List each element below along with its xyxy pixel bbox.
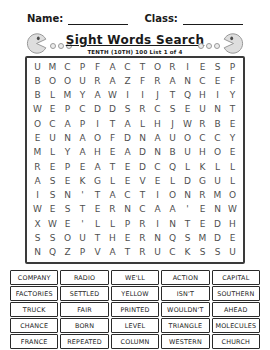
grid-cell: W (225, 203, 240, 217)
grid-cell: R (195, 189, 210, 203)
word-item: PRINTED (111, 302, 159, 317)
grid-cell: B (210, 117, 225, 131)
grid-cell: E (120, 160, 135, 174)
grid-cell: C (210, 131, 225, 145)
grid-cell: K (75, 174, 90, 188)
grid-cell: C (75, 103, 90, 117)
grid-cell: T (225, 103, 240, 117)
grid-cell: A (105, 60, 120, 74)
word-item: CAPITAL (212, 270, 260, 285)
grid-cell: W (105, 89, 120, 103)
grid-cell: ' (180, 203, 195, 217)
grid-cell: O (180, 131, 195, 145)
grid-cell: W (180, 117, 195, 131)
grid-cell: S (165, 103, 180, 117)
grid-cell: E (180, 103, 195, 117)
grid-cell: O (225, 189, 240, 203)
grid-cell: E (45, 203, 60, 217)
grid-cell: B (30, 74, 45, 88)
grid-cell: R (165, 60, 180, 74)
grid-cell: P (60, 103, 75, 117)
grid-cell: A (105, 189, 120, 203)
word-item: LEVEL (111, 318, 159, 333)
grid-cell: A (150, 203, 165, 217)
grid-cell: H (150, 117, 165, 131)
grid-cell: U (75, 231, 90, 245)
grid-cell: K (195, 160, 210, 174)
grid-cell: O (165, 189, 180, 203)
word-search-grid: UMCPFACTORIESPBOOURAZFRANCEFBLMYAWIIJTQH… (25, 56, 245, 264)
grid-cell: N (150, 146, 165, 160)
word-item: CHURCH (212, 334, 260, 349)
grid-cell: N (210, 103, 225, 117)
grid-cell: U (195, 103, 210, 117)
grid-cell: T (105, 160, 120, 174)
grid-cell: A (165, 74, 180, 88)
class-blank-line (183, 14, 243, 25)
grid-cell: T (135, 189, 150, 203)
grid-cell: E (195, 60, 210, 74)
grid-cell: H (90, 146, 105, 160)
word-item: AHEAD (212, 302, 260, 317)
grid-cell: R (135, 231, 150, 245)
grid-cell: D (210, 231, 225, 245)
grid-cell: T (180, 217, 195, 231)
grid-cell: U (150, 246, 165, 260)
grid-cell: A (105, 246, 120, 260)
grid-cell: L (135, 117, 150, 131)
grid-cell: E (120, 174, 135, 188)
grid-cell: H (225, 217, 240, 231)
grid-cell: I (120, 89, 135, 103)
grid-cell: T (165, 89, 180, 103)
grid-cell: P (225, 60, 240, 74)
grid-cell: E (150, 174, 165, 188)
grid-cell: E (60, 174, 75, 188)
word-item: WE'LL (111, 270, 159, 285)
grid-cell: J (150, 89, 165, 103)
grid-cell: H (195, 146, 210, 160)
word-item: FAIR (60, 302, 108, 317)
grid-cell: L (180, 160, 195, 174)
grid-cell: A (75, 146, 90, 160)
word-item: FACTORIES (10, 286, 58, 301)
grid-cell: R (150, 74, 165, 88)
grid-cell: A (30, 174, 45, 188)
right-decoration (197, 33, 244, 58)
grid-cell: Z (120, 74, 135, 88)
grid-cell: S (120, 103, 135, 117)
grid-cell: C (150, 103, 165, 117)
grid-cell: E (120, 231, 135, 245)
grid-cell: W (30, 103, 45, 117)
grid-cell: E (75, 160, 90, 174)
name-blank-line (68, 14, 128, 25)
grid-cell: F (135, 74, 150, 88)
grid-cell: U (45, 131, 60, 145)
grid-cell: T (105, 117, 120, 131)
grid-cell: C (120, 60, 135, 74)
word-item: COLUMN (111, 334, 159, 349)
grid-cell: C (165, 246, 180, 260)
grid-cell: R (105, 203, 120, 217)
grid-cell: D (135, 160, 150, 174)
name-class-row: Name: Class: (27, 13, 243, 25)
grid-cell: D (180, 174, 195, 188)
grid-cell: L (225, 160, 240, 174)
grid-cell: O (45, 74, 60, 88)
grid-cell: B (165, 146, 180, 160)
grid-cell: O (60, 231, 75, 245)
grid-cell: M (30, 146, 45, 160)
grid-cell: S (60, 203, 75, 217)
grid-cell: N (165, 217, 180, 231)
grid-cell: Y (60, 146, 75, 160)
grid-cell: F (105, 131, 120, 145)
grid-cell: A (90, 89, 105, 103)
grid-cell: O (150, 60, 165, 74)
word-item: SETTLED (60, 286, 108, 301)
grid-cell: T (75, 203, 90, 217)
grid-cell: T (90, 231, 105, 245)
grid-cell: S (45, 231, 60, 245)
grid-cell: K (180, 246, 195, 260)
grid-cell: M (195, 231, 210, 245)
grid-cell: I (90, 117, 105, 131)
word-item: WOULDN'T (161, 302, 209, 317)
grid-cell: N (60, 131, 75, 145)
grid-cell: C (195, 131, 210, 145)
grid-cell: D (105, 103, 120, 117)
grid-cell: T (90, 189, 105, 203)
grid-cell: C (135, 203, 150, 217)
grid-cell: E (225, 146, 240, 160)
grid-cell: C (195, 74, 210, 88)
grid-cell: J (165, 117, 180, 131)
name-label: Name: (27, 13, 63, 25)
grid-cell: W (45, 217, 60, 231)
grid-cell: S (210, 60, 225, 74)
grid-cell: L (45, 89, 60, 103)
grid-cell: H (195, 89, 210, 103)
grid-cell: P (75, 117, 90, 131)
word-item: ISN'T (161, 286, 209, 301)
grid-cell: U (30, 60, 45, 74)
grid-cell: U (75, 74, 90, 88)
grid-cell: U (210, 174, 225, 188)
grid-cell: ' (75, 189, 90, 203)
grid-cell: O (60, 74, 75, 88)
grid-cell: N (135, 131, 150, 145)
grid-cell: M (45, 60, 60, 74)
word-item: REPEATED (60, 334, 108, 349)
grid-cell: N (150, 231, 165, 245)
grid-cell: L (45, 146, 60, 160)
grid-cell: Y (225, 131, 240, 145)
grid-cell: V (135, 174, 150, 188)
grid-cell: D (120, 131, 135, 145)
grid-cell: E (105, 146, 120, 160)
grid-cell: P (120, 217, 135, 231)
grid-cell: I (150, 217, 165, 231)
grid-cell: A (150, 131, 165, 145)
grid-cell: R (90, 74, 105, 88)
grid-cell: W (30, 203, 45, 217)
word-item: TRUCK (10, 302, 58, 317)
grid-cell: S (195, 246, 210, 260)
grid-cell: E (30, 131, 45, 145)
grid-cell: E (225, 231, 240, 245)
grid-cell: E (195, 217, 210, 231)
grid-cell: E (195, 203, 210, 217)
grid-cell: U (180, 146, 195, 160)
grid-cell: A (60, 117, 75, 131)
grid-cell: L (90, 217, 105, 231)
grid-cell: E (45, 160, 60, 174)
grid-cell: G (90, 174, 105, 188)
word-item: SOUTHERN (212, 286, 260, 301)
grid-cell: P (75, 246, 90, 260)
dots-icon (197, 43, 221, 49)
grid-cell: S (45, 189, 60, 203)
grid-cell: F (225, 74, 240, 88)
grid-cell: Q (45, 246, 60, 260)
grid-cell: N (180, 189, 195, 203)
grid-cell: L (225, 174, 240, 188)
word-item: RADIO (60, 270, 108, 285)
grid-cell: N (30, 246, 45, 260)
pacman-icon (223, 33, 244, 58)
grid-cell: S (45, 174, 60, 188)
grid-cell: F (90, 60, 105, 74)
grid-cell: I (135, 89, 150, 103)
grid-cell: M (60, 89, 75, 103)
grid-cell: R (135, 103, 150, 117)
grid-cell: A (120, 146, 135, 160)
grid-cell: D (135, 146, 150, 160)
grid-cell: A (165, 203, 180, 217)
grid-cell: M (210, 189, 225, 203)
grid-cell: S (180, 231, 195, 245)
word-item: YELLOW (111, 286, 159, 301)
grid-cell: A (90, 160, 105, 174)
grid-cell: Y (225, 89, 240, 103)
grid-cell: E (210, 74, 225, 88)
grid-cell: E (90, 203, 105, 217)
grid-cell: I (150, 189, 165, 203)
grid-cell: V (90, 246, 105, 260)
grid-cell: R (195, 117, 210, 131)
grid-cell: U (225, 246, 240, 260)
word-item: CHANCE (10, 318, 58, 333)
word-item: MOLECULES (212, 318, 260, 333)
grid-cell: B (30, 89, 45, 103)
word-item: ACTION (161, 270, 209, 285)
grid-cell: R (135, 246, 150, 260)
grid-cell: A (120, 117, 135, 131)
word-item: FRANCE (10, 334, 58, 349)
grid-cell: L (105, 174, 120, 188)
grid-cell: N (180, 74, 195, 88)
grid-cell: R (30, 160, 45, 174)
grid-cell: P (60, 160, 75, 174)
grid-cell: Q (180, 89, 195, 103)
grid-cell: A (75, 131, 90, 145)
grid-cell: T (135, 60, 150, 74)
word-item: BORN (60, 318, 108, 333)
grid-cell: ' (75, 217, 90, 231)
grid-cell: E (225, 117, 240, 131)
grid-cell: C (60, 60, 75, 74)
grid-cell: D (210, 217, 225, 231)
grid-cell: E (60, 217, 75, 231)
grid-cell: S (30, 231, 45, 245)
class-label: Class: (144, 13, 177, 25)
word-list: COMPANYRADIOWE'LLACTIONCAPITALFACTORIESS… (10, 270, 260, 349)
worksheet-page: Name: Class: Sight Words Search TENTH (1… (0, 0, 270, 350)
grid-cell: A (105, 74, 120, 88)
grid-cell: Q (165, 160, 180, 174)
grid-cell: L (105, 217, 120, 231)
grid-cell: O (90, 131, 105, 145)
grid-cell: N (60, 189, 75, 203)
grid-cell: C (150, 160, 165, 174)
grid-cell: I (30, 189, 45, 203)
grid-cell: N (120, 203, 135, 217)
grid-cell: P (75, 60, 90, 74)
grid-cell: Y (75, 89, 90, 103)
word-item: WESTERN (161, 334, 209, 349)
grid-cell: O (30, 117, 45, 131)
word-item: TRIANGLE (161, 318, 209, 333)
grid-cell: Q (165, 231, 180, 245)
grid-cell: T (120, 246, 135, 260)
grid-cell: L (165, 174, 180, 188)
grid-cell: U (165, 131, 180, 145)
word-item: COMPANY (10, 270, 58, 285)
grid-cell: E (45, 103, 60, 117)
grid-cell: I (210, 89, 225, 103)
grid-cell: O (210, 146, 225, 160)
grid-cell: R (135, 217, 150, 231)
grid-cell: Z (60, 246, 75, 260)
grid-cell: C (120, 189, 135, 203)
grid-cell: N (210, 203, 225, 217)
grid-cell: L (210, 160, 225, 174)
grid-cell: D (90, 103, 105, 117)
grid-cell: S (210, 246, 225, 260)
grid-cell: I (180, 60, 195, 74)
grid-cell: G (195, 174, 210, 188)
grid-cell: H (105, 231, 120, 245)
grid-cell: C (45, 117, 60, 131)
grid-cell: X (30, 217, 45, 231)
